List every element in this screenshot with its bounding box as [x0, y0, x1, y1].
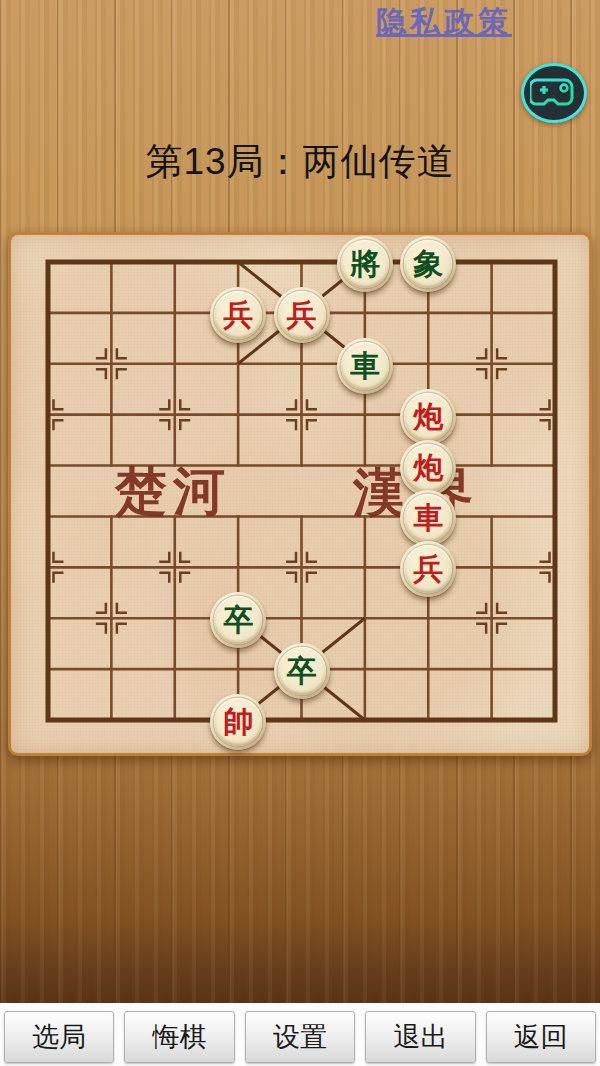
- piece-black-chariot[interactable]: 車: [337, 338, 393, 394]
- piece-glyph: 兵: [287, 300, 317, 330]
- piece-black-soldier-2[interactable]: 卒: [274, 643, 330, 699]
- piece-red-cannon-2[interactable]: 炮: [400, 440, 456, 496]
- select-game-button[interactable]: 选局: [4, 1011, 114, 1063]
- undo-move-button[interactable]: 悔棋: [124, 1011, 234, 1063]
- piece-red-general[interactable]: 帥: [210, 694, 266, 750]
- piece-glyph: 將: [350, 249, 380, 279]
- piece-glyph: 炮: [413, 453, 443, 483]
- piece-glyph: 炮: [413, 402, 443, 432]
- piece-glyph: 兵: [223, 300, 253, 330]
- piece-red-soldier-2[interactable]: 兵: [274, 287, 330, 343]
- piece-glyph: 卒: [287, 656, 317, 686]
- piece-glyph: 帥: [223, 707, 253, 737]
- piece-red-soldier-1[interactable]: 兵: [210, 287, 266, 343]
- piece-glyph: 象: [413, 249, 443, 279]
- page-title: 第13局：两仙传道: [0, 137, 600, 187]
- piece-glyph: 卒: [223, 605, 253, 635]
- piece-glyph: 兵: [413, 554, 443, 584]
- back-button[interactable]: 返回: [486, 1011, 596, 1063]
- exit-button[interactable]: 退出: [365, 1011, 475, 1063]
- piece-layer: 將象兵兵車炮炮車兵卒卒帥: [11, 235, 589, 753]
- piece-red-cannon-1[interactable]: 炮: [400, 389, 456, 445]
- piece-black-general[interactable]: 將: [337, 236, 393, 292]
- gamepad-button[interactable]: [521, 63, 587, 123]
- piece-black-elephant[interactable]: 象: [400, 236, 456, 292]
- piece-red-chariot[interactable]: 車: [400, 490, 456, 546]
- bottom-toolbar: 选局 悔棋 设置 退出 返回: [0, 1003, 600, 1066]
- privacy-policy-link[interactable]: 隐私政策: [376, 2, 512, 43]
- gamepad-icon: [530, 75, 578, 111]
- settings-button[interactable]: 设置: [245, 1011, 355, 1063]
- piece-black-soldier-1[interactable]: 卒: [210, 592, 266, 648]
- piece-glyph: 車: [413, 503, 443, 533]
- piece-red-soldier-3[interactable]: 兵: [400, 541, 456, 597]
- piece-glyph: 車: [350, 351, 380, 381]
- xiangqi-board[interactable]: 楚河 漢界 將象兵兵車炮炮車兵卒卒帥: [8, 232, 592, 756]
